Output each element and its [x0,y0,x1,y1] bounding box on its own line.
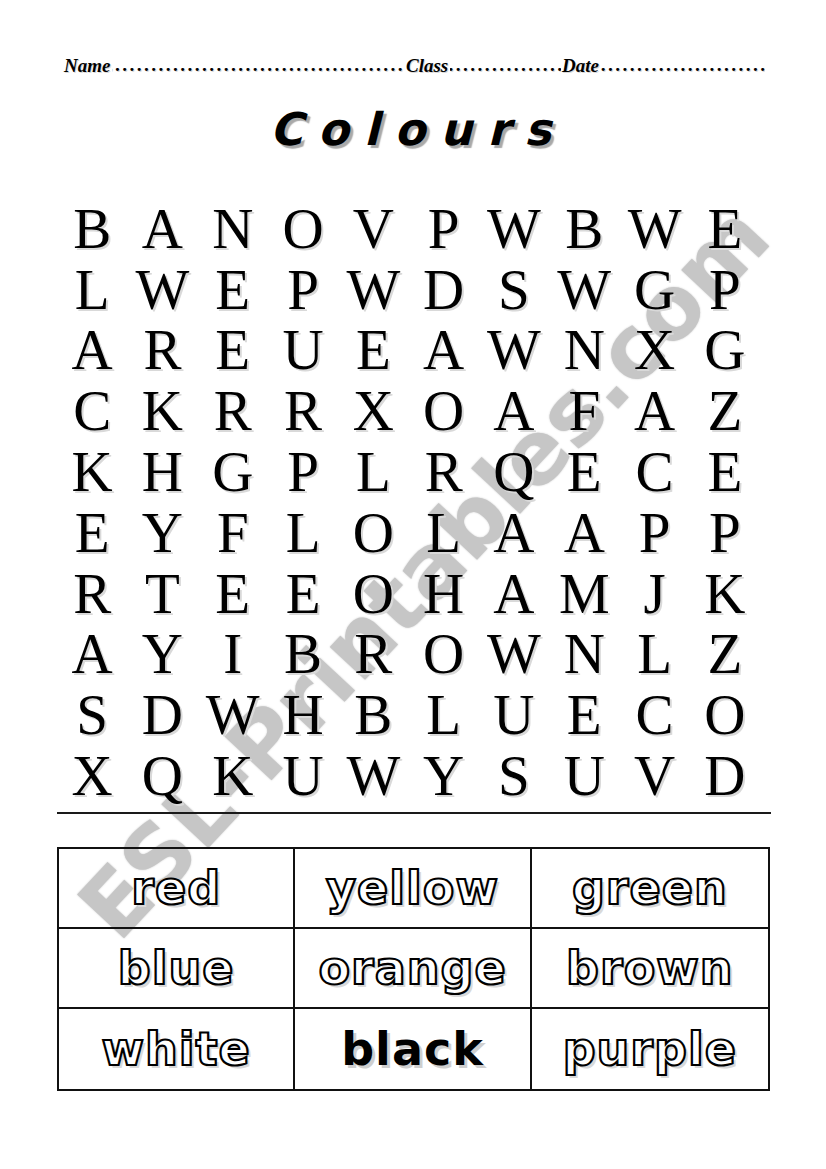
grid-cell-r1c3[interactable]: N [198,198,268,259]
grid-cell-r6c1[interactable]: E [57,502,127,563]
grid-cell-r1c7[interactable]: W [479,198,549,259]
grid-cell-r7c8[interactable]: M [549,563,619,624]
grid-cell-r2c3[interactable]: E [198,259,268,320]
page-title: Colours [0,103,826,156]
grid-cell-r10c6[interactable]: Y [409,745,479,806]
grid-cell-r5c4[interactable]: P [268,441,338,502]
grid-cell-r2c8[interactable]: W [549,259,619,320]
grid-cell-r9c7[interactable]: U [479,684,549,745]
grid-cell-r2c9[interactable]: G [619,259,689,320]
grid-cell-r3c8[interactable]: N [549,320,619,381]
grid-cell-r9c10[interactable]: O [690,684,760,745]
grid-cell-r5c9[interactable]: C [619,441,689,502]
grid-cell-r9c4[interactable]: H [268,684,338,745]
grid-cell-r4c6[interactable]: O [409,380,479,441]
grid-cell-r6c10[interactable]: P [690,502,760,563]
word-brown: brown [566,945,733,991]
name-label: Name [63,53,112,79]
grid-cell-r2c2[interactable]: W [127,259,197,320]
grid-cell-r2c7[interactable]: S [479,259,549,320]
word-bank-cell-yellow: yellow [295,849,531,929]
grid-cell-r5c10[interactable]: E [690,441,760,502]
grid-cell-r9c6[interactable]: L [409,684,479,745]
grid-cell-r10c2[interactable]: Q [127,745,197,806]
grid-cell-r5c2[interactable]: H [127,441,197,502]
grid-cell-r2c6[interactable]: D [409,259,479,320]
grid-cell-r5c3[interactable]: G [198,441,268,502]
grid-cell-r10c10[interactable]: D [690,745,760,806]
grid-cell-r5c1[interactable]: K [57,441,127,502]
grid-cell-r1c5[interactable]: V [338,198,408,259]
word-orange: orange [318,945,506,991]
grid-cell-r3c7[interactable]: W [479,320,549,381]
grid-cell-r2c5[interactable]: W [338,259,408,320]
word-yellow: yellow [326,865,499,911]
word-bank-cell-green: green [532,849,768,929]
word-purple: purple [563,1026,737,1072]
grid-cell-r3c2[interactable]: R [127,320,197,381]
word-bank-cell-purple: purple [532,1009,768,1089]
grid-cell-r2c10[interactable]: P [690,259,760,320]
grid-cell-r6c4[interactable]: L [268,502,338,563]
grid-cell-r7c1[interactable]: R [57,563,127,624]
grid-cell-r1c1[interactable]: B [57,198,127,259]
grid-cell-r6c5[interactable]: O [338,502,408,563]
grid-cell-r5c6[interactable]: R [409,441,479,502]
grid-cell-r10c4[interactable]: U [268,745,338,806]
grid-cell-r3c10[interactable]: G [690,320,760,381]
grid-cell-r2c1[interactable]: L [57,259,127,320]
grid-cell-r10c9[interactable]: V [619,745,689,806]
name-class-date-line: ........................................… [65,52,765,80]
grid-cell-r6c8[interactable]: A [549,502,619,563]
class-label: Class [405,53,450,79]
grid-cell-r4c1[interactable]: C [57,380,127,441]
grid-cell-r3c9[interactable]: X [619,320,689,381]
grid-cell-r8c6[interactable]: O [409,624,479,685]
grid-cell-r8c3[interactable]: I [198,624,268,685]
grid-cell-r3c3[interactable]: E [198,320,268,381]
grid-cell-r7c2[interactable]: T [127,563,197,624]
grid-cell-r4c9[interactable]: A [619,380,689,441]
grid-cell-r3c6[interactable]: A [409,320,479,381]
grid-cell-r4c2[interactable]: K [127,380,197,441]
grid-cell-r9c9[interactable]: C [619,684,689,745]
word-black: black [341,1026,484,1072]
grid-cell-r4c3[interactable]: R [198,380,268,441]
date-label: Date [561,53,601,79]
grid-cell-r3c4[interactable]: U [268,320,338,381]
grid-cell-r6c6[interactable]: L [409,502,479,563]
grid-cell-r8c4[interactable]: B [268,624,338,685]
word-red: red [131,865,221,911]
grid-cell-r5c8[interactable]: E [549,441,619,502]
grid-cell-r6c2[interactable]: Y [127,502,197,563]
grid-cell-r8c10[interactable]: Z [690,624,760,685]
grid-cell-r1c4[interactable]: O [268,198,338,259]
grid-cell-r1c9[interactable]: W [619,198,689,259]
grid-cell-r3c1[interactable]: A [57,320,127,381]
grid-cell-r10c1[interactable]: X [57,745,127,806]
grid-cell-r3c5[interactable]: E [338,320,408,381]
grid-cell-r10c7[interactable]: S [479,745,549,806]
grid-cell-r7c6[interactable]: H [409,563,479,624]
grid-cell-r7c7[interactable]: A [479,563,549,624]
grid-cell-r6c3[interactable]: F [198,502,268,563]
word-bank-cell-blue: blue [59,929,295,1009]
grid-cell-r6c9[interactable]: P [619,502,689,563]
grid-cell-r7c5[interactable]: O [338,563,408,624]
grid-cell-r4c7[interactable]: A [479,380,549,441]
grid-cell-r7c9[interactable]: J [619,563,689,624]
grid-cell-r8c5[interactable]: R [338,624,408,685]
grid-cell-r6c7[interactable]: A [479,502,549,563]
word-white: white [102,1026,251,1072]
word-bank-cell-black: black [295,1009,531,1089]
word-bank-cell-white: white [59,1009,295,1089]
grid-cell-r4c10[interactable]: Z [690,380,760,441]
word-bank-cell-brown: brown [532,929,768,1009]
grid-cell-r5c5[interactable]: L [338,441,408,502]
grid-cell-r8c7[interactable]: W [479,624,549,685]
grid-cell-r7c4[interactable]: E [268,563,338,624]
grid-cell-r10c8[interactable]: U [549,745,619,806]
grid-cell-r8c1[interactable]: A [57,624,127,685]
word-bank-cell-red: red [59,849,295,929]
grid-cell-r7c10[interactable]: K [690,563,760,624]
grid-cell-r9c2[interactable]: D [127,684,197,745]
word-green: green [572,865,728,911]
grid-cell-r1c8[interactable]: B [549,198,619,259]
word-search-grid: BANOVPWBWELWEPWDSWGPAREUEAWNXGCKRRXOAFAZ… [57,198,760,806]
grid-cell-r4c4[interactable]: R [268,380,338,441]
grid-cell-r1c10[interactable]: E [690,198,760,259]
word-blue: blue [118,945,235,991]
grid-cell-r9c5[interactable]: B [338,684,408,745]
grid-cell-r9c3[interactable]: W [198,684,268,745]
grid-cell-r1c2[interactable]: A [127,198,197,259]
grid-cell-r9c1[interactable]: S [57,684,127,745]
grid-cell-r1c6[interactable]: P [409,198,479,259]
word-bank-cell-orange: orange [295,929,531,1009]
grid-cell-r7c3[interactable]: E [198,563,268,624]
word-bank-table: redyellowgreenblueorangebrownwhiteblackp… [57,847,770,1091]
grid-cell-r9c8[interactable]: E [549,684,619,745]
grid-cell-r8c9[interactable]: L [619,624,689,685]
grid-cell-r4c5[interactable]: X [338,380,408,441]
grid-cell-r5c7[interactable]: Q [479,441,549,502]
worksheet-page: ESL-Printables.com .....................… [0,0,826,1169]
grid-cell-r2c4[interactable]: P [268,259,338,320]
separator-line [57,812,771,814]
grid-cell-r4c8[interactable]: F [549,380,619,441]
grid-cell-r8c2[interactable]: Y [127,624,197,685]
grid-cell-r10c3[interactable]: K [198,745,268,806]
grid-cell-r10c5[interactable]: W [338,745,408,806]
grid-cell-r8c8[interactable]: N [549,624,619,685]
